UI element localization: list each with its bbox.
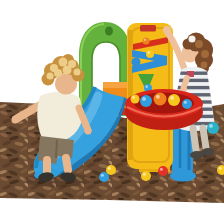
ball-highlight	[156, 95, 160, 99]
ball-yellow	[131, 95, 140, 104]
boy-right-leg	[66, 158, 68, 170]
product-photo	[0, 0, 224, 224]
girl-hand-on-panel	[163, 26, 171, 34]
ball-red	[158, 166, 168, 176]
ball-teal	[207, 122, 219, 134]
ball-highlight	[219, 167, 222, 170]
girl-shoe-right	[202, 148, 215, 156]
boy-shorts-seam	[56, 140, 57, 158]
dress-stripe	[166, 86, 220, 89]
ball-highlight	[145, 85, 148, 88]
ball-highlight	[132, 96, 135, 99]
girl-lower-arm	[183, 78, 187, 90]
girl-right-leg	[203, 128, 206, 148]
ball-highlight	[170, 96, 174, 100]
ball-highlight	[160, 168, 163, 171]
ball-highlight	[101, 174, 104, 177]
ball-highlight	[142, 97, 146, 101]
ball-blue	[140, 95, 152, 107]
ball-yellow	[141, 171, 151, 181]
boy-right-hand	[12, 117, 19, 124]
scene-illustration	[0, 0, 224, 224]
ball-highlight	[143, 173, 146, 176]
girl-hair-bow	[189, 36, 196, 43]
ball-blue	[182, 99, 192, 109]
ball-highlight	[147, 51, 150, 54]
ball-highlight	[108, 167, 111, 170]
ball-table	[125, 89, 203, 130]
ball-highlight	[209, 124, 213, 128]
dress-stripe	[166, 79, 220, 82]
girl-left-leg	[193, 128, 196, 150]
ball-highlight	[184, 101, 187, 104]
ball-yellow	[106, 165, 116, 175]
arch-top-hole	[105, 27, 113, 36]
ball-yellow	[168, 94, 180, 106]
ball-highlight	[144, 39, 146, 41]
track-switchback-cap	[132, 58, 141, 67]
ball-yellow	[146, 50, 154, 58]
boy-left-hand	[85, 128, 92, 135]
ball-orange	[154, 93, 167, 106]
brand-plate	[140, 25, 156, 32]
ball-orange	[143, 38, 150, 45]
